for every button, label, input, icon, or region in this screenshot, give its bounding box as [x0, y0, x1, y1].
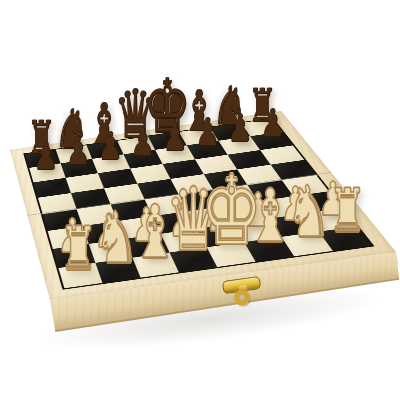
piece-g7-black-pawn: ♟ — [228, 108, 253, 146]
piece-a7-black-pawn: ♟ — [33, 136, 58, 174]
piece-a1-white-rook: ♜ — [60, 220, 98, 279]
pieces-layer: ♜♞♝♛♚♝♞♜♟♟♟♟♟♟♟♟♟♟♟♟♟♟♟♟♜♞♝♛♚♝♞♜ — [0, 0, 400, 400]
piece-b7-black-pawn: ♟ — [65, 132, 90, 170]
piece-h7-black-pawn: ♟ — [260, 104, 285, 142]
piece-f7-black-pawn: ♟ — [195, 113, 220, 151]
piece-g1-white-knight: ♞ — [286, 177, 331, 248]
clasp-hook-ring — [234, 290, 249, 306]
brass-clasp — [220, 273, 273, 317]
piece-d7-black-pawn: ♟ — [130, 122, 155, 160]
piece-c7-black-pawn: ♟ — [98, 127, 123, 165]
piece-e7-black-pawn: ♟ — [162, 118, 187, 156]
chess-set-photo: ♜♞♝♛♚♝♞♜♟♟♟♟♟♟♟♟♟♟♟♟♟♟♟♟♜♞♝♛♚♝♞♜ — [0, 0, 400, 400]
piece-h1-white-rook: ♜ — [328, 182, 366, 241]
